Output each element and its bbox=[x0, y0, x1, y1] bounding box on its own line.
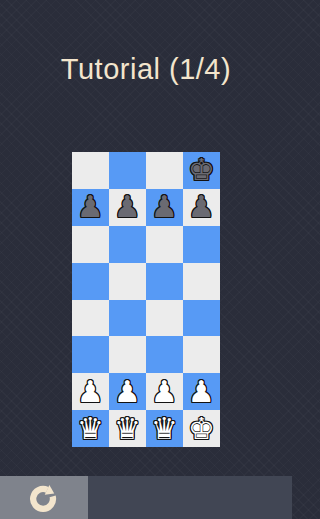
square-c8[interactable] bbox=[146, 152, 183, 189]
black-pawn-piece: ♟ bbox=[77, 192, 104, 222]
square-d2[interactable]: ♟ bbox=[183, 373, 220, 410]
square-d8[interactable]: ♚ bbox=[183, 152, 220, 189]
square-b8[interactable] bbox=[109, 152, 146, 189]
chess-board: ♚♟♟♟♟♟♟♟♟♛♛♛♚ bbox=[72, 152, 220, 447]
square-c3[interactable] bbox=[146, 336, 183, 373]
white-pawn-piece: ♟ bbox=[188, 377, 215, 407]
square-c1[interactable]: ♛ bbox=[146, 410, 183, 447]
white-pawn-piece: ♟ bbox=[114, 377, 141, 407]
black-king-piece: ♚ bbox=[188, 155, 215, 185]
white-pawn-piece: ♟ bbox=[151, 377, 178, 407]
page-title: Tutorial (1/4) bbox=[0, 53, 292, 86]
square-a7[interactable]: ♟ bbox=[72, 189, 109, 226]
square-c4[interactable] bbox=[146, 300, 183, 337]
white-queen-piece: ♛ bbox=[77, 414, 104, 444]
square-d6[interactable] bbox=[183, 226, 220, 263]
square-a1[interactable]: ♛ bbox=[72, 410, 109, 447]
black-pawn-piece: ♟ bbox=[188, 192, 215, 222]
white-king-piece: ♚ bbox=[188, 414, 215, 444]
white-queen-piece: ♛ bbox=[114, 414, 141, 444]
black-pawn-piece: ♟ bbox=[114, 192, 141, 222]
square-c5[interactable] bbox=[146, 263, 183, 300]
square-a4[interactable] bbox=[72, 300, 109, 337]
square-d3[interactable] bbox=[183, 336, 220, 373]
square-b2[interactable]: ♟ bbox=[109, 373, 146, 410]
square-d7[interactable]: ♟ bbox=[183, 189, 220, 226]
square-a3[interactable] bbox=[72, 336, 109, 373]
white-pawn-piece: ♟ bbox=[77, 377, 104, 407]
square-b1[interactable]: ♛ bbox=[109, 410, 146, 447]
square-a5[interactable] bbox=[72, 263, 109, 300]
black-pawn-piece: ♟ bbox=[151, 192, 178, 222]
square-c7[interactable]: ♟ bbox=[146, 189, 183, 226]
square-d5[interactable] bbox=[183, 263, 220, 300]
restart-icon bbox=[26, 479, 62, 517]
square-d1[interactable]: ♚ bbox=[183, 410, 220, 447]
bottom-bar bbox=[0, 476, 292, 519]
restart-button[interactable] bbox=[0, 476, 88, 519]
square-c6[interactable] bbox=[146, 226, 183, 263]
square-a6[interactable] bbox=[72, 226, 109, 263]
square-a8[interactable] bbox=[72, 152, 109, 189]
square-b6[interactable] bbox=[109, 226, 146, 263]
square-b3[interactable] bbox=[109, 336, 146, 373]
square-c2[interactable]: ♟ bbox=[146, 373, 183, 410]
square-a2[interactable]: ♟ bbox=[72, 373, 109, 410]
square-b4[interactable] bbox=[109, 300, 146, 337]
square-b5[interactable] bbox=[109, 263, 146, 300]
square-b7[interactable]: ♟ bbox=[109, 189, 146, 226]
white-queen-piece: ♛ bbox=[151, 414, 178, 444]
square-d4[interactable] bbox=[183, 300, 220, 337]
